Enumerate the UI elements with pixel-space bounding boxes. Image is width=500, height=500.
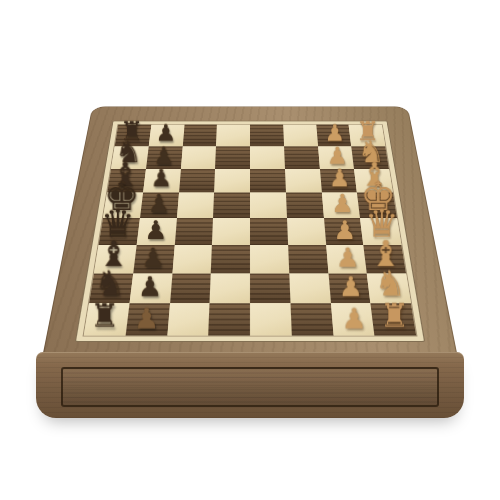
perspective-wrapper: ♜♟♟♜♞♟♟♞♝♟♟♝♚♟♟♚♛♟♟♛♝♟♟♝♞♟♟♞♜♟♟♜	[0, 0, 500, 500]
square-d4[interactable]	[250, 218, 288, 245]
piece-bP[interactable]: ♟	[133, 244, 172, 270]
square-c2[interactable]: ♟	[326, 245, 367, 273]
square-f5[interactable]	[214, 169, 250, 193]
piece-wR[interactable]: ♜	[374, 300, 415, 333]
piece-bPl[interactable]: ♟	[126, 305, 167, 333]
square-c5[interactable]	[211, 245, 250, 273]
drawer-front[interactable]	[61, 367, 439, 407]
piece-wP[interactable]: ♟	[321, 167, 357, 191]
square-f3[interactable]	[285, 169, 322, 193]
chess-box-front-face	[36, 352, 464, 418]
square-b7[interactable]: ♟	[129, 273, 172, 303]
chess-board[interactable]: ♜♟♟♜♞♟♟♞♝♟♟♝♚♟♟♚♛♟♟♛♝♟♟♝♞♟♟♞♜♟♟♜	[84, 125, 416, 336]
square-a2[interactable]: ♟	[330, 303, 374, 335]
piece-wP[interactable]: ♟	[326, 217, 364, 243]
square-h4[interactable]	[250, 125, 284, 146]
square-g5[interactable]	[215, 146, 250, 169]
square-g6[interactable]	[181, 146, 217, 169]
piece-wN[interactable]: ♞	[370, 266, 410, 301]
square-d6[interactable]	[174, 218, 213, 245]
square-d3[interactable]	[287, 218, 326, 245]
square-c6[interactable]	[172, 245, 212, 273]
square-c7[interactable]: ♟	[133, 245, 174, 273]
square-e6[interactable]	[177, 193, 215, 218]
square-e3[interactable]	[286, 193, 324, 218]
square-a7[interactable]: ♟	[125, 303, 169, 335]
square-d2[interactable]: ♟	[324, 218, 364, 245]
piece-bP[interactable]: ♟	[137, 217, 175, 243]
square-b6[interactable]	[170, 273, 211, 303]
piece-wP[interactable]: ♟	[333, 305, 374, 333]
piece-bP[interactable]: ♟	[140, 191, 177, 216]
square-a5[interactable]	[208, 303, 250, 335]
square-e4[interactable]	[250, 193, 287, 218]
square-a4[interactable]	[250, 303, 292, 335]
square-h6[interactable]	[182, 125, 217, 146]
square-b2[interactable]: ♟	[328, 273, 371, 303]
square-a1[interactable]: ♜	[371, 303, 416, 335]
piece-bR[interactable]: ♜	[84, 300, 125, 333]
square-b5[interactable]	[210, 273, 250, 303]
square-a6[interactable]	[167, 303, 210, 335]
square-g3[interactable]	[284, 146, 320, 169]
square-c4[interactable]	[250, 245, 289, 273]
square-h5[interactable]	[216, 125, 250, 146]
square-f4[interactable]	[250, 169, 286, 193]
piece-bN[interactable]: ♞	[89, 266, 129, 301]
board-border: ♜♟♟♜♞♟♟♞♝♟♟♝♚♟♟♚♛♟♟♛♝♟♟♝♞♟♟♞♜♟♟♜	[75, 121, 425, 342]
square-b3[interactable]	[289, 273, 330, 303]
piece-wP[interactable]: ♟	[328, 244, 367, 270]
square-b4[interactable]	[250, 273, 290, 303]
square-h3[interactable]	[283, 125, 318, 146]
square-c3[interactable]	[288, 245, 328, 273]
chess-box-top-face: ♜♟♟♜♞♟♟♞♝♟♟♝♚♟♟♚♛♟♟♛♝♟♟♝♞♟♟♞♜♟♟♜	[40, 106, 459, 366]
square-f6[interactable]	[179, 169, 216, 193]
square-a3[interactable]	[290, 303, 333, 335]
piece-bP[interactable]: ♟	[143, 167, 179, 191]
piece-wP[interactable]: ♟	[323, 191, 360, 216]
square-d7[interactable]: ♟	[136, 218, 176, 245]
square-g4[interactable]	[250, 146, 285, 169]
piece-bP[interactable]: ♟	[130, 274, 170, 301]
square-a8[interactable]: ♜	[84, 303, 129, 335]
square-e5[interactable]	[213, 193, 250, 218]
square-d5[interactable]	[212, 218, 250, 245]
product-photo-scene: ♜♟♟♜♞♟♟♞♝♟♟♝♚♟♟♚♛♟♟♛♝♟♟♝♞♟♟♞♜♟♟♜	[0, 0, 500, 500]
piece-wP[interactable]: ♟	[330, 274, 370, 301]
